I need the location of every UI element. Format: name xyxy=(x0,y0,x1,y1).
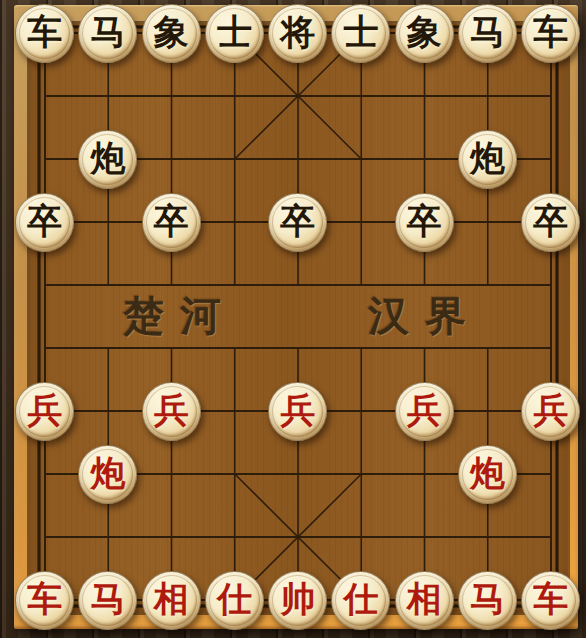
piece-black-soldier[interactable]: 卒 xyxy=(268,193,327,252)
piece-black-cannon[interactable]: 炮 xyxy=(458,130,517,189)
piece-glyph: 将 xyxy=(280,15,315,50)
piece-black-horse[interactable]: 马 xyxy=(458,4,517,63)
piece-red-cannon[interactable]: 炮 xyxy=(78,445,137,504)
piece-red-elephant[interactable]: 相 xyxy=(142,571,201,630)
piece-glyph: 兵 xyxy=(280,393,315,428)
piece-glyph: 卒 xyxy=(280,204,315,239)
piece-red-horse[interactable]: 马 xyxy=(78,571,137,630)
piece-red-soldier[interactable]: 兵 xyxy=(395,382,454,441)
piece-black-soldier[interactable]: 卒 xyxy=(521,193,580,252)
piece-black-soldier[interactable]: 卒 xyxy=(142,193,201,252)
piece-glyph: 仕 xyxy=(343,582,378,617)
piece-glyph: 马 xyxy=(470,582,505,617)
piece-red-soldier[interactable]: 兵 xyxy=(521,382,580,441)
piece-glyph: 马 xyxy=(470,15,505,50)
piece-red-chariot[interactable]: 车 xyxy=(15,571,74,630)
piece-glyph: 车 xyxy=(533,15,568,50)
xiangqi-board-screenshot: 楚河 汉界 车马象士将士象马车炮炮卒卒卒卒卒兵兵兵兵兵炮炮车马相仕帅仕相马车 xyxy=(0,0,586,638)
piece-glyph: 马 xyxy=(90,582,125,617)
piece-red-soldier[interactable]: 兵 xyxy=(142,382,201,441)
piece-red-soldier[interactable]: 兵 xyxy=(268,382,327,441)
piece-black-general[interactable]: 将 xyxy=(268,4,327,63)
piece-black-soldier[interactable]: 卒 xyxy=(395,193,454,252)
piece-black-horse[interactable]: 马 xyxy=(78,4,137,63)
piece-black-elephant[interactable]: 象 xyxy=(142,4,201,63)
piece-red-advisor[interactable]: 仕 xyxy=(205,571,264,630)
piece-black-chariot[interactable]: 车 xyxy=(521,4,580,63)
piece-glyph: 兵 xyxy=(27,393,62,428)
piece-glyph: 炮 xyxy=(470,456,505,491)
piece-glyph: 象 xyxy=(154,15,189,50)
piece-glyph: 卒 xyxy=(407,204,442,239)
piece-red-elephant[interactable]: 相 xyxy=(395,571,454,630)
piece-glyph: 车 xyxy=(27,15,62,50)
piece-glyph: 士 xyxy=(343,15,378,50)
piece-glyph: 兵 xyxy=(407,393,442,428)
piece-glyph: 象 xyxy=(407,15,442,50)
piece-glyph: 仕 xyxy=(217,582,252,617)
piece-black-advisor[interactable]: 士 xyxy=(205,4,264,63)
piece-glyph: 炮 xyxy=(90,141,125,176)
piece-glyph: 相 xyxy=(154,582,189,617)
piece-black-advisor[interactable]: 士 xyxy=(331,4,390,63)
piece-black-elephant[interactable]: 象 xyxy=(395,4,454,63)
piece-black-cannon[interactable]: 炮 xyxy=(78,130,137,189)
piece-glyph: 卒 xyxy=(27,204,62,239)
piece-red-cannon[interactable]: 炮 xyxy=(458,445,517,504)
piece-black-soldier[interactable]: 卒 xyxy=(15,193,74,252)
piece-glyph: 兵 xyxy=(533,393,568,428)
piece-glyph: 士 xyxy=(217,15,252,50)
piece-black-chariot[interactable]: 车 xyxy=(15,4,74,63)
piece-glyph: 车 xyxy=(27,582,62,617)
piece-glyph: 卒 xyxy=(533,204,568,239)
piece-glyph: 马 xyxy=(90,15,125,50)
board-grid[interactable]: 车马象士将士象马车炮炮卒卒卒卒卒兵兵兵兵兵炮炮车马相仕帅仕相马车 xyxy=(13,2,583,632)
piece-red-general[interactable]: 帅 xyxy=(268,571,327,630)
piece-red-chariot[interactable]: 车 xyxy=(521,571,580,630)
piece-glyph: 帅 xyxy=(280,582,315,617)
piece-red-horse[interactable]: 马 xyxy=(458,571,517,630)
piece-glyph: 炮 xyxy=(470,141,505,176)
piece-glyph: 炮 xyxy=(90,456,125,491)
piece-glyph: 车 xyxy=(533,582,568,617)
piece-glyph: 卒 xyxy=(154,204,189,239)
piece-red-soldier[interactable]: 兵 xyxy=(15,382,74,441)
piece-red-advisor[interactable]: 仕 xyxy=(331,571,390,630)
piece-glyph: 相 xyxy=(407,582,442,617)
piece-glyph: 兵 xyxy=(154,393,189,428)
